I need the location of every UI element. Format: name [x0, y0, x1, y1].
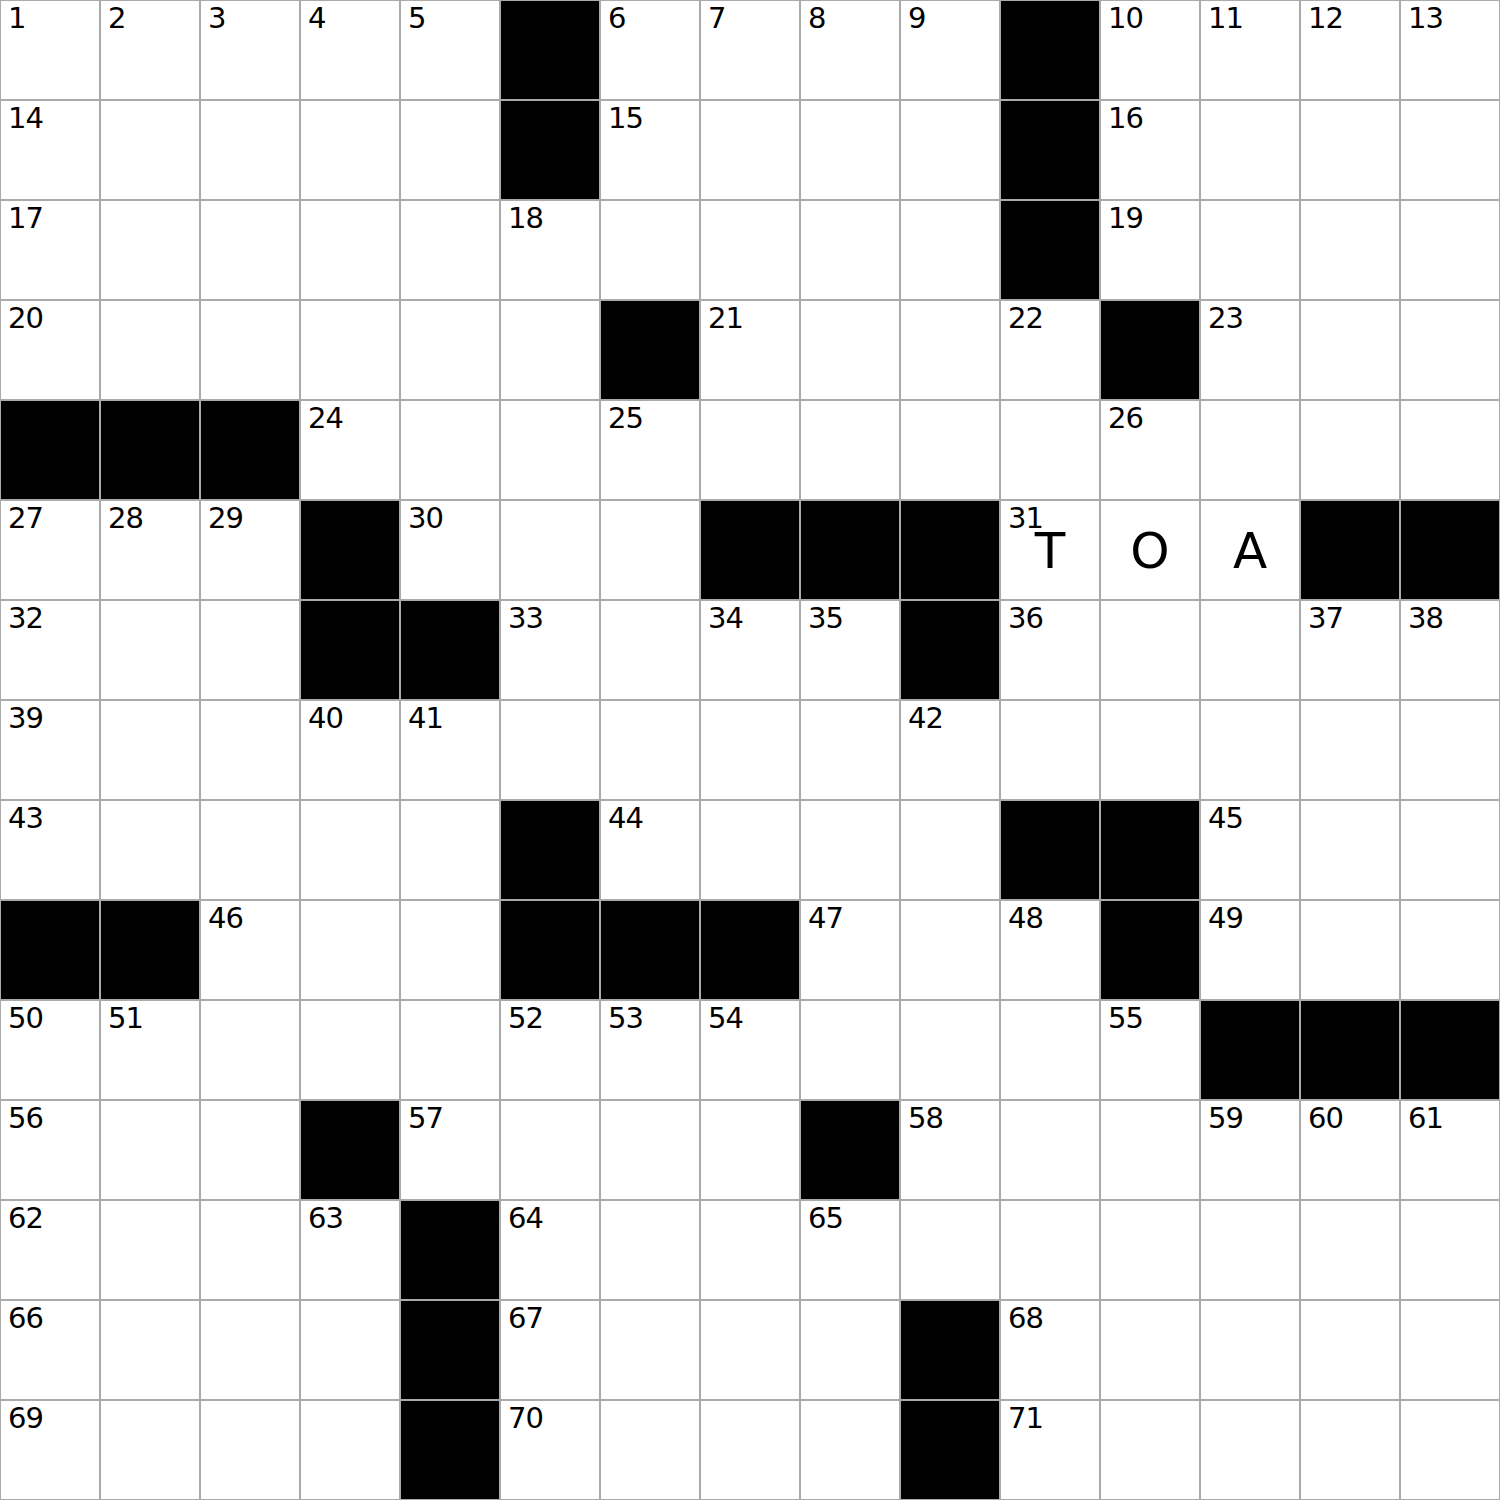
- cell-r14-c7[interactable]: [700, 1400, 800, 1500]
- clue-number-38: 38: [1408, 602, 1443, 635]
- clue-number-15: 15: [608, 102, 643, 135]
- cell-r11-c1[interactable]: [100, 1100, 200, 1200]
- clue-number-61: 61: [1408, 1102, 1443, 1135]
- clue-number-65: 65: [808, 1202, 843, 1235]
- clue-number-40: 40: [308, 702, 343, 735]
- cell-r1-c6[interactable]: 15: [600, 100, 700, 200]
- cell-r2-c8[interactable]: [800, 200, 900, 300]
- cell-r9-c12[interactable]: 49: [1200, 900, 1300, 1000]
- clue-number-54: 54: [708, 1002, 743, 1035]
- cell-r13-c2[interactable]: [200, 1300, 300, 1400]
- cell-r6-c10[interactable]: 36: [1000, 600, 1100, 700]
- cell-r3-c14[interactable]: [1400, 300, 1500, 400]
- black-cell-r8-c10: [1000, 800, 1100, 900]
- cell-r13-c14[interactable]: [1400, 1300, 1500, 1400]
- cell-r6-c14[interactable]: 38: [1400, 600, 1500, 700]
- cell-r3-c3[interactable]: [300, 300, 400, 400]
- clue-number-45: 45: [1208, 802, 1243, 835]
- clue-number-51: 51: [108, 1002, 143, 1035]
- black-cell-r6-c4: [400, 600, 500, 700]
- cell-r1-c3[interactable]: [300, 100, 400, 200]
- cell-r0-c11[interactable]: 10: [1100, 0, 1200, 100]
- cell-r2-c6[interactable]: [600, 200, 700, 300]
- cell-r12-c10[interactable]: [1000, 1200, 1100, 1300]
- cell-r13-c13[interactable]: [1300, 1300, 1400, 1400]
- cell-r7-c8[interactable]: [800, 700, 900, 800]
- cell-r4-c14[interactable]: [1400, 400, 1500, 500]
- clue-number-7: 7: [708, 2, 725, 35]
- clue-number-32: 32: [8, 602, 43, 635]
- cell-r14-c12[interactable]: [1200, 1400, 1300, 1500]
- cell-r7-c11[interactable]: [1100, 700, 1200, 800]
- black-cell-r3-c6: [600, 300, 700, 400]
- clue-number-11: 11: [1208, 2, 1243, 35]
- cell-r1-c13[interactable]: [1300, 100, 1400, 200]
- cell-r8-c3[interactable]: [300, 800, 400, 900]
- clue-number-18: 18: [508, 202, 543, 235]
- cell-r5-c11[interactable]: O: [1100, 500, 1200, 600]
- clue-number-1: 1: [8, 2, 25, 35]
- cell-r7-c0[interactable]: 39: [0, 700, 100, 800]
- cell-r11-c0[interactable]: 56: [0, 1100, 100, 1200]
- cell-r2-c1[interactable]: [100, 200, 200, 300]
- cell-r14-c8[interactable]: [800, 1400, 900, 1500]
- cell-r2-c12[interactable]: [1200, 200, 1300, 300]
- clue-number-35: 35: [808, 602, 843, 635]
- clue-number-57: 57: [408, 1102, 443, 1135]
- cell-r7-c9[interactable]: 42: [900, 700, 1000, 800]
- cell-r4-c4[interactable]: [400, 400, 500, 500]
- cell-r4-c5[interactable]: [500, 400, 600, 500]
- cell-r5-c1[interactable]: 28: [100, 500, 200, 600]
- black-cell-r4-c2: [200, 400, 300, 500]
- clue-number-68: 68: [1008, 1302, 1043, 1335]
- cell-r1-c11[interactable]: 16: [1100, 100, 1200, 200]
- clue-number-12: 12: [1308, 2, 1343, 35]
- cell-r2-c5[interactable]: 18: [500, 200, 600, 300]
- cell-r3-c9[interactable]: [900, 300, 1000, 400]
- cell-r6-c2[interactable]: [200, 600, 300, 700]
- black-cell-r13-c4: [400, 1300, 500, 1400]
- cell-r11-c13[interactable]: 60: [1300, 1100, 1400, 1200]
- clue-number-13: 13: [1408, 2, 1443, 35]
- clue-number-21: 21: [708, 302, 743, 335]
- clue-number-14: 14: [8, 102, 43, 135]
- clue-number-71: 71: [1008, 1402, 1043, 1435]
- cell-r12-c1[interactable]: [100, 1200, 200, 1300]
- cell-r7-c4[interactable]: 41: [400, 700, 500, 800]
- cell-r12-c7[interactable]: [700, 1200, 800, 1300]
- clue-number-19: 19: [1108, 202, 1143, 235]
- cell-r3-c1[interactable]: [100, 300, 200, 400]
- cell-r11-c5[interactable]: [500, 1100, 600, 1200]
- cell-r2-c4[interactable]: [400, 200, 500, 300]
- cell-r8-c7[interactable]: [700, 800, 800, 900]
- cell-r6-c5[interactable]: 33: [500, 600, 600, 700]
- cell-r10-c10[interactable]: [1000, 1000, 1100, 1100]
- clue-number-30: 30: [408, 502, 443, 535]
- cell-r7-c3[interactable]: 40: [300, 700, 400, 800]
- clue-number-6: 6: [608, 2, 625, 35]
- fill-letter-r5-c11: O: [1101, 501, 1199, 599]
- cell-r10-c11[interactable]: 55: [1100, 1000, 1200, 1100]
- cell-r0-c12[interactable]: 11: [1200, 0, 1300, 100]
- cell-r10-c4[interactable]: [400, 1000, 500, 1100]
- black-cell-r0-c5: [500, 0, 600, 100]
- cell-r11-c11[interactable]: [1100, 1100, 1200, 1200]
- black-cell-r9-c1: [100, 900, 200, 1000]
- cell-r1-c2[interactable]: [200, 100, 300, 200]
- black-cell-r8-c11: [1100, 800, 1200, 900]
- black-cell-r2-c10: [1000, 200, 1100, 300]
- black-cell-r13-c9: [900, 1300, 1000, 1400]
- black-cell-r5-c3: [300, 500, 400, 600]
- cell-r6-c7[interactable]: 34: [700, 600, 800, 700]
- cell-r8-c8[interactable]: [800, 800, 900, 900]
- cell-r8-c12[interactable]: 45: [1200, 800, 1300, 900]
- clue-number-66: 66: [8, 1302, 43, 1335]
- cell-r10-c2[interactable]: [200, 1000, 300, 1100]
- black-cell-r10-c13: [1300, 1000, 1400, 1100]
- clue-number-67: 67: [508, 1302, 543, 1335]
- cell-r1-c8[interactable]: [800, 100, 900, 200]
- cell-r9-c13[interactable]: [1300, 900, 1400, 1000]
- cell-r8-c1[interactable]: [100, 800, 200, 900]
- cell-r11-c12[interactable]: 59: [1200, 1100, 1300, 1200]
- cell-r5-c4[interactable]: 30: [400, 500, 500, 600]
- cell-r10-c9[interactable]: [900, 1000, 1000, 1100]
- cell-r9-c8[interactable]: 47: [800, 900, 900, 1000]
- cell-r14-c10[interactable]: 71: [1000, 1400, 1100, 1500]
- clue-number-33: 33: [508, 602, 543, 635]
- fill-letter-r5-c10: T: [1001, 501, 1099, 599]
- cell-r13-c12[interactable]: [1200, 1300, 1300, 1400]
- black-cell-r5-c9: [900, 500, 1000, 600]
- cell-r11-c2[interactable]: [200, 1100, 300, 1200]
- cell-r3-c10[interactable]: 22: [1000, 300, 1100, 400]
- cell-r7-c1[interactable]: [100, 700, 200, 800]
- clue-number-16: 16: [1108, 102, 1143, 135]
- cell-r8-c14[interactable]: [1400, 800, 1500, 900]
- cell-r12-c3[interactable]: 63: [300, 1200, 400, 1300]
- cell-r0-c8[interactable]: 8: [800, 0, 900, 100]
- cell-r2-c13[interactable]: [1300, 200, 1400, 300]
- cell-r12-c13[interactable]: [1300, 1200, 1400, 1300]
- clue-number-36: 36: [1008, 602, 1043, 635]
- cell-r4-c10[interactable]: [1000, 400, 1100, 500]
- cell-r0-c3[interactable]: 4: [300, 0, 400, 100]
- fill-letter-r5-c12: A: [1201, 501, 1299, 599]
- cell-r5-c0[interactable]: 27: [0, 500, 100, 600]
- black-cell-r10-c12: [1200, 1000, 1300, 1100]
- cell-r0-c13[interactable]: 12: [1300, 0, 1400, 100]
- clue-number-50: 50: [8, 1002, 43, 1035]
- cell-r13-c1[interactable]: [100, 1300, 200, 1400]
- cell-r5-c5[interactable]: [500, 500, 600, 600]
- cell-r6-c13[interactable]: 37: [1300, 600, 1400, 700]
- cell-r0-c7[interactable]: 7: [700, 0, 800, 100]
- cell-r8-c4[interactable]: [400, 800, 500, 900]
- cell-r6-c12[interactable]: [1200, 600, 1300, 700]
- cell-r11-c7[interactable]: [700, 1100, 800, 1200]
- clue-number-52: 52: [508, 1002, 543, 1035]
- cell-r5-c2[interactable]: 29: [200, 500, 300, 600]
- clue-number-29: 29: [208, 502, 243, 535]
- black-cell-r9-c6: [600, 900, 700, 1000]
- clue-number-34: 34: [708, 602, 743, 635]
- clue-number-28: 28: [108, 502, 143, 535]
- cell-r13-c6[interactable]: [600, 1300, 700, 1400]
- cell-r14-c6[interactable]: [600, 1400, 700, 1500]
- black-cell-r6-c3: [300, 600, 400, 700]
- cell-r1-c9[interactable]: [900, 100, 1000, 200]
- cell-r8-c9[interactable]: [900, 800, 1000, 900]
- cell-r10-c3[interactable]: [300, 1000, 400, 1100]
- cell-r7-c12[interactable]: [1200, 700, 1300, 800]
- cell-r12-c14[interactable]: [1400, 1200, 1500, 1300]
- cell-r8-c2[interactable]: [200, 800, 300, 900]
- cell-r14-c11[interactable]: [1100, 1400, 1200, 1500]
- clue-number-47: 47: [808, 902, 843, 935]
- clue-number-4: 4: [308, 2, 325, 35]
- cell-r14-c2[interactable]: [200, 1400, 300, 1500]
- cell-r11-c6[interactable]: [600, 1100, 700, 1200]
- cell-r9-c3[interactable]: [300, 900, 400, 1000]
- clue-number-69: 69: [8, 1402, 43, 1435]
- cell-r4-c13[interactable]: [1300, 400, 1400, 500]
- cell-r0-c4[interactable]: 5: [400, 0, 500, 100]
- cell-r14-c0[interactable]: 69: [0, 1400, 100, 1500]
- cell-r3-c5[interactable]: [500, 300, 600, 400]
- cell-r12-c9[interactable]: [900, 1200, 1000, 1300]
- cell-r2-c2[interactable]: [200, 200, 300, 300]
- clue-number-3: 3: [208, 2, 225, 35]
- cell-r8-c13[interactable]: [1300, 800, 1400, 900]
- black-cell-r1-c5: [500, 100, 600, 200]
- cell-r3-c2[interactable]: [200, 300, 300, 400]
- clue-number-56: 56: [8, 1102, 43, 1135]
- clue-number-22: 22: [1008, 302, 1043, 335]
- black-cell-r9-c0: [0, 900, 100, 1000]
- cell-r1-c12[interactable]: [1200, 100, 1300, 200]
- cell-r10-c1[interactable]: 51: [100, 1000, 200, 1100]
- cell-r7-c6[interactable]: [600, 700, 700, 800]
- clue-number-23: 23: [1208, 302, 1243, 335]
- cell-r1-c7[interactable]: [700, 100, 800, 200]
- crossword-grid: 1234567891011121314151617181920212223242…: [0, 0, 1500, 1500]
- cell-r3-c8[interactable]: [800, 300, 900, 400]
- black-cell-r0-c10: [1000, 0, 1100, 100]
- cell-r7-c5[interactable]: [500, 700, 600, 800]
- cell-r11-c9[interactable]: 58: [900, 1100, 1000, 1200]
- cell-r14-c13[interactable]: [1300, 1400, 1400, 1500]
- black-cell-r11-c8: [800, 1100, 900, 1200]
- cell-r4-c9[interactable]: [900, 400, 1000, 500]
- clue-number-27: 27: [8, 502, 43, 535]
- clue-number-24: 24: [308, 402, 343, 435]
- cell-r10-c8[interactable]: [800, 1000, 900, 1100]
- black-cell-r14-c4: [400, 1400, 500, 1500]
- cell-r12-c6[interactable]: [600, 1200, 700, 1300]
- cell-r7-c14[interactable]: [1400, 700, 1500, 800]
- black-cell-r14-c9: [900, 1400, 1000, 1500]
- cell-r6-c6[interactable]: [600, 600, 700, 700]
- cell-r14-c14[interactable]: [1400, 1400, 1500, 1500]
- cell-r2-c7[interactable]: [700, 200, 800, 300]
- clue-number-62: 62: [8, 1202, 43, 1235]
- black-cell-r4-c1: [100, 400, 200, 500]
- cell-r1-c1[interactable]: [100, 100, 200, 200]
- cell-r6-c11[interactable]: [1100, 600, 1200, 700]
- black-cell-r4-c0: [0, 400, 100, 500]
- cell-r13-c0[interactable]: 66: [0, 1300, 100, 1400]
- clue-number-60: 60: [1308, 1102, 1343, 1135]
- cell-r3-c12[interactable]: 23: [1200, 300, 1300, 400]
- clue-number-8: 8: [808, 2, 825, 35]
- black-cell-r9-c5: [500, 900, 600, 1000]
- black-cell-r10-c14: [1400, 1000, 1500, 1100]
- cell-r14-c1[interactable]: [100, 1400, 200, 1500]
- clue-number-55: 55: [1108, 1002, 1143, 1035]
- cell-r9-c2[interactable]: 46: [200, 900, 300, 1000]
- clue-number-2: 2: [108, 2, 125, 35]
- cell-r13-c8[interactable]: [800, 1300, 900, 1400]
- black-cell-r6-c9: [900, 600, 1000, 700]
- clue-number-20: 20: [8, 302, 43, 335]
- cell-r13-c5[interactable]: 67: [500, 1300, 600, 1400]
- clue-number-39: 39: [8, 702, 43, 735]
- cell-r3-c13[interactable]: [1300, 300, 1400, 400]
- clue-number-44: 44: [608, 802, 643, 835]
- black-cell-r3-c11: [1100, 300, 1200, 400]
- black-cell-r9-c7: [700, 900, 800, 1000]
- cell-r6-c0[interactable]: 32: [0, 600, 100, 700]
- cell-r12-c2[interactable]: [200, 1200, 300, 1300]
- clue-number-43: 43: [8, 802, 43, 835]
- cell-r0-c2[interactable]: 3: [200, 0, 300, 100]
- cell-r2-c14[interactable]: [1400, 200, 1500, 300]
- black-cell-r5-c7: [700, 500, 800, 600]
- cell-r5-c6[interactable]: [600, 500, 700, 600]
- clue-number-70: 70: [508, 1402, 543, 1435]
- cell-r0-c6[interactable]: 6: [600, 0, 700, 100]
- cell-r2-c0[interactable]: 17: [0, 200, 100, 300]
- clue-number-53: 53: [608, 1002, 643, 1035]
- cell-r9-c10[interactable]: 48: [1000, 900, 1100, 1000]
- cell-r12-c8[interactable]: 65: [800, 1200, 900, 1300]
- clue-number-42: 42: [908, 702, 943, 735]
- cell-r13-c7[interactable]: [700, 1300, 800, 1400]
- cell-r1-c0[interactable]: 14: [0, 100, 100, 200]
- cell-r13-c11[interactable]: [1100, 1300, 1200, 1400]
- cell-r0-c1[interactable]: 2: [100, 0, 200, 100]
- cell-r4-c7[interactable]: [700, 400, 800, 500]
- cell-r5-c12[interactable]: A: [1200, 500, 1300, 600]
- cell-r7-c10[interactable]: [1000, 700, 1100, 800]
- cell-r10-c6[interactable]: 53: [600, 1000, 700, 1100]
- cell-r6-c1[interactable]: [100, 600, 200, 700]
- cell-r10-c5[interactable]: 52: [500, 1000, 600, 1100]
- black-cell-r1-c10: [1000, 100, 1100, 200]
- clue-number-17: 17: [8, 202, 43, 235]
- cell-r0-c9[interactable]: 9: [900, 0, 1000, 100]
- cell-r8-c6[interactable]: 44: [600, 800, 700, 900]
- black-cell-r11-c3: [300, 1100, 400, 1200]
- cell-r9-c14[interactable]: [1400, 900, 1500, 1000]
- cell-r7-c7[interactable]: [700, 700, 800, 800]
- cell-r7-c13[interactable]: [1300, 700, 1400, 800]
- cell-r4-c11[interactable]: 26: [1100, 400, 1200, 500]
- cell-r1-c14[interactable]: [1400, 100, 1500, 200]
- cell-r14-c5[interactable]: 70: [500, 1400, 600, 1500]
- cell-r4-c8[interactable]: [800, 400, 900, 500]
- clue-number-5: 5: [408, 2, 425, 35]
- cell-r13-c3[interactable]: [300, 1300, 400, 1400]
- cell-r10-c0[interactable]: 50: [0, 1000, 100, 1100]
- clue-number-59: 59: [1208, 1102, 1243, 1135]
- cell-r0-c14[interactable]: 13: [1400, 0, 1500, 100]
- clue-number-48: 48: [1008, 902, 1043, 935]
- black-cell-r8-c5: [500, 800, 600, 900]
- clue-number-49: 49: [1208, 902, 1243, 935]
- black-cell-r9-c11: [1100, 900, 1200, 1000]
- cell-r2-c3[interactable]: [300, 200, 400, 300]
- clue-number-26: 26: [1108, 402, 1143, 435]
- cell-r4-c6[interactable]: 25: [600, 400, 700, 500]
- cell-r12-c0[interactable]: 62: [0, 1200, 100, 1300]
- clue-number-9: 9: [908, 2, 925, 35]
- cell-r3-c4[interactable]: [400, 300, 500, 400]
- black-cell-r5-c13: [1300, 500, 1400, 600]
- black-cell-r5-c8: [800, 500, 900, 600]
- clue-number-58: 58: [908, 1102, 943, 1135]
- clue-number-63: 63: [308, 1202, 343, 1235]
- cell-r14-c3[interactable]: [300, 1400, 400, 1500]
- clue-number-46: 46: [208, 902, 243, 935]
- cell-r3-c0[interactable]: 20: [0, 300, 100, 400]
- cell-r9-c4[interactable]: [400, 900, 500, 1000]
- cell-r3-c7[interactable]: 21: [700, 300, 800, 400]
- black-cell-r12-c4: [400, 1200, 500, 1300]
- cell-r2-c9[interactable]: [900, 200, 1000, 300]
- cell-r1-c4[interactable]: [400, 100, 500, 200]
- clue-number-37: 37: [1308, 602, 1343, 635]
- cell-r12-c11[interactable]: [1100, 1200, 1200, 1300]
- cell-r8-c0[interactable]: 43: [0, 800, 100, 900]
- cell-r11-c4[interactable]: 57: [400, 1100, 500, 1200]
- cell-r13-c10[interactable]: 68: [1000, 1300, 1100, 1400]
- cell-r10-c7[interactable]: 54: [700, 1000, 800, 1100]
- black-cell-r5-c14: [1400, 500, 1500, 600]
- cell-r4-c3[interactable]: 24: [300, 400, 400, 500]
- cell-r11-c14[interactable]: 61: [1400, 1100, 1500, 1200]
- clue-number-41: 41: [408, 702, 443, 735]
- cell-r6-c8[interactable]: 35: [800, 600, 900, 700]
- clue-number-25: 25: [608, 402, 643, 435]
- cell-r0-c0[interactable]: 1: [0, 0, 100, 100]
- cell-r12-c5[interactable]: 64: [500, 1200, 600, 1300]
- cell-r7-c2[interactable]: [200, 700, 300, 800]
- clue-number-64: 64: [508, 1202, 543, 1235]
- clue-number-10: 10: [1108, 2, 1143, 35]
- cell-r4-c12[interactable]: [1200, 400, 1300, 500]
- cell-r11-c10[interactable]: [1000, 1100, 1100, 1200]
- cell-r9-c9[interactable]: [900, 900, 1000, 1000]
- cell-r2-c11[interactable]: 19: [1100, 200, 1200, 300]
- cell-r12-c12[interactable]: [1200, 1200, 1300, 1300]
- cell-r5-c10[interactable]: 31T: [1000, 500, 1100, 600]
